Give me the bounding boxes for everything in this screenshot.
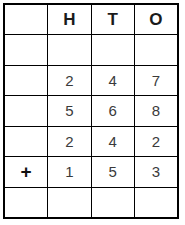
addend3-hundreds: 2 [48,127,90,156]
addend2-ones: 8 [135,96,177,125]
addend2-hundreds: 5 [48,96,90,125]
header-hundreds: H [48,5,90,34]
addend1-tens: 4 [92,66,134,95]
header-corner-cell [5,5,47,34]
addend4-tens: 5 [92,157,134,186]
addend3-label-cell [5,127,47,156]
answer-row-hundreds [48,188,90,217]
carry-row-cell-h [48,35,90,64]
addition-worksheet: H T O 2 4 7 5 6 8 2 4 2 + 1 5 3 [3,3,179,219]
addend1-label-cell [5,66,47,95]
header-tens: T [92,5,134,34]
addend2-tens: 6 [92,96,134,125]
addend4-ones: 3 [135,157,177,186]
carry-row-cell-t [92,35,134,64]
addend1-hundreds: 2 [48,66,90,95]
addend1-ones: 7 [135,66,177,95]
addend3-tens: 4 [92,127,134,156]
addend4-hundreds: 1 [48,157,90,186]
plus-operator-cell: + [5,157,47,186]
addend2-label-cell [5,96,47,125]
answer-row-tens [92,188,134,217]
answer-row-ones [135,188,177,217]
addend3-ones: 2 [135,127,177,156]
header-ones: O [135,5,177,34]
hto-grid: H T O 2 4 7 5 6 8 2 4 2 + 1 5 3 [3,3,179,219]
carry-row-cell-label [5,35,47,64]
answer-row-label-cell [5,188,47,217]
carry-row-cell-o [135,35,177,64]
